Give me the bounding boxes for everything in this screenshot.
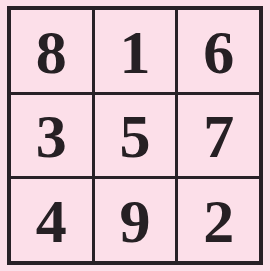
cell-value: 7 <box>203 105 234 167</box>
cell-value: 5 <box>119 105 150 167</box>
cell-value: 4 <box>36 190 67 252</box>
cell-r2c2: 5 <box>95 95 176 177</box>
cell-value: 9 <box>119 190 150 252</box>
cell-value: 6 <box>203 21 234 83</box>
cell-value: 8 <box>36 21 67 83</box>
cell-value: 2 <box>203 190 234 252</box>
cell-value: 1 <box>119 21 150 83</box>
cell-r2c1: 3 <box>11 95 92 177</box>
cell-r1c3: 6 <box>178 10 259 92</box>
cell-r3c3: 2 <box>178 179 259 261</box>
cell-r1c1: 8 <box>11 10 92 92</box>
cell-value: 3 <box>36 105 67 167</box>
cell-r2c3: 7 <box>178 95 259 177</box>
cell-r1c2: 1 <box>95 10 176 92</box>
cell-r3c2: 9 <box>95 179 176 261</box>
cell-r3c1: 4 <box>11 179 92 261</box>
magic-square-board: 8 1 6 3 5 7 4 9 2 <box>7 6 263 265</box>
